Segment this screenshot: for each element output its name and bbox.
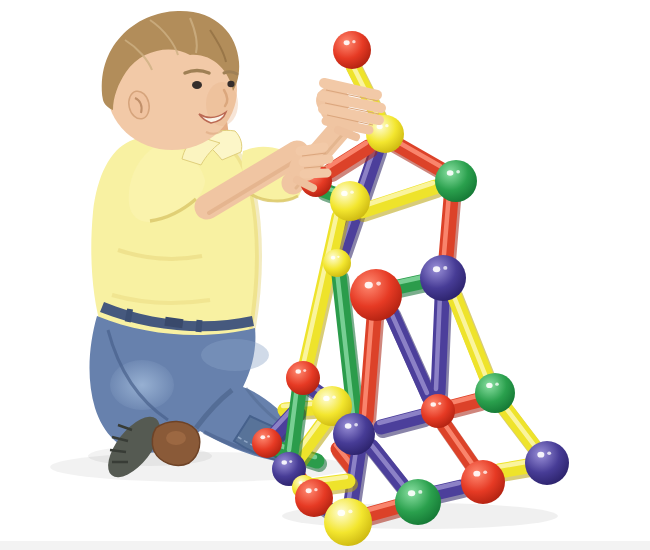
eye-near	[192, 81, 202, 89]
ball-highlight	[337, 256, 340, 258]
floor-edge	[0, 541, 650, 550]
photo-stage: A young boy with short blond hair, weari…	[0, 0, 650, 550]
ball-red-11	[252, 428, 282, 458]
ball-red-7	[350, 269, 402, 321]
ball-blue-18	[525, 441, 569, 485]
ball-yellow-3	[330, 181, 370, 221]
ball-highlight	[337, 510, 345, 516]
ball-highlight	[282, 460, 287, 464]
ball-highlight	[438, 402, 441, 405]
ball-highlight	[473, 471, 480, 477]
ball-highlight	[431, 402, 436, 406]
ball-highlight	[456, 170, 460, 173]
ball-green-20	[395, 479, 441, 525]
ball-highlight	[537, 452, 544, 458]
ball-highlight	[418, 490, 422, 494]
ball-highlight	[443, 266, 447, 270]
eye-far	[227, 81, 234, 87]
ball-highlight	[289, 460, 292, 463]
ball-highlight	[344, 40, 350, 45]
ball-highlight	[408, 490, 415, 496]
ball-highlight	[314, 488, 317, 491]
ball-highlight	[547, 452, 551, 456]
ball-highlight	[296, 369, 301, 373]
ball-highlight	[303, 369, 306, 372]
ball-highlight	[354, 423, 358, 426]
ball-highlight	[486, 383, 492, 388]
ball-highlight	[267, 435, 270, 437]
ball-highlight	[331, 256, 335, 260]
ball-highlight	[306, 488, 312, 493]
ball-highlight	[433, 266, 440, 272]
ball-yellow-5	[323, 249, 351, 277]
ball-highlight	[376, 281, 381, 285]
ball-highlight	[483, 471, 487, 475]
ball-highlight	[348, 510, 352, 514]
ball-highlight	[345, 423, 352, 428]
ball-highlight	[385, 124, 388, 127]
ball-highlight	[350, 191, 354, 194]
ball-blue-6	[420, 255, 466, 301]
photo-svg	[0, 0, 650, 550]
ball-highlight	[260, 435, 265, 439]
ball-highlight	[365, 282, 373, 289]
ball-blue-10	[333, 413, 375, 455]
ball-highlight	[495, 383, 499, 386]
ball-yellow-15	[324, 498, 372, 546]
ball-red-8	[286, 361, 320, 395]
ball-green-16	[475, 373, 515, 413]
ball-highlight	[352, 40, 355, 43]
ball-green-4	[435, 160, 477, 202]
ball-highlight	[332, 396, 336, 399]
ball-red-0	[333, 31, 371, 69]
ball-highlight	[341, 191, 347, 196]
ball-highlight	[447, 170, 454, 175]
ball-red-19	[461, 460, 505, 504]
ball-highlight	[323, 396, 329, 401]
ball-highlight	[377, 124, 383, 129]
ball-red-17	[421, 394, 455, 428]
